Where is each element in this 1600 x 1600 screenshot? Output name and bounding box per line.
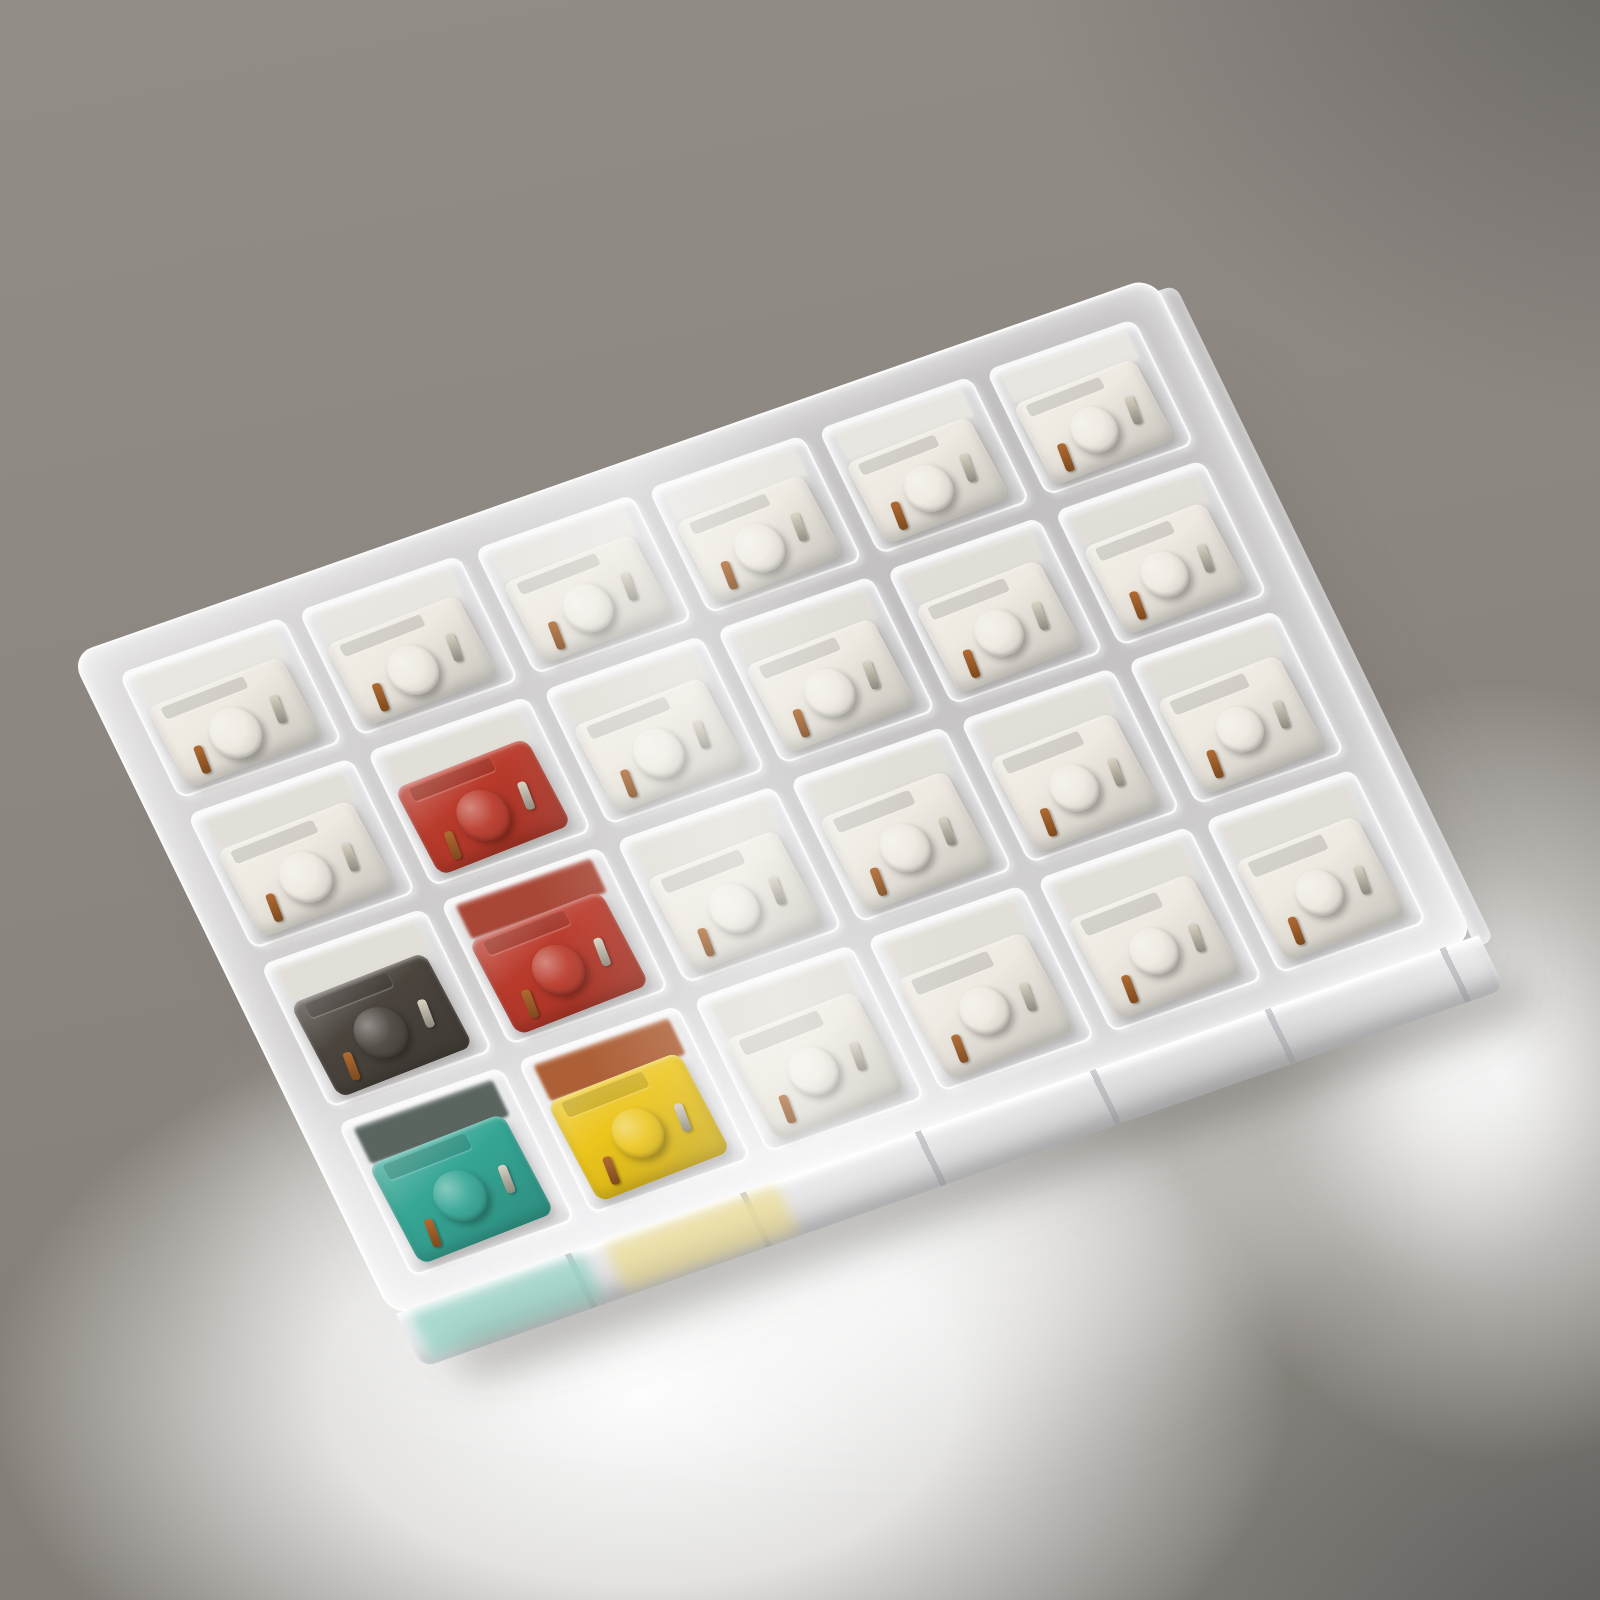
socket-r1c4 [648,434,864,614]
switch-center-boss [1040,757,1108,818]
contact-pin-copper [342,1051,361,1081]
contact-pin-gray [674,1103,693,1133]
contact-pin-gray [1271,700,1290,730]
switch-center-boss [1119,921,1187,982]
contact-pin-gray [691,719,710,749]
switch-center-boss [795,662,864,725]
contact-pin-copper [962,649,981,679]
switch-center-boss [344,999,418,1066]
contact-pin-gray [340,842,359,872]
contact-pin-gray [848,1042,867,1072]
contact-pin-copper [1206,749,1225,779]
switch-center-boss [965,603,1033,664]
switch-center-boss [894,457,962,518]
switch-center-boss [198,699,272,766]
switch-center-boss [447,783,519,848]
switch-center-boss [725,516,794,579]
contact-pin-gray [268,694,287,724]
switch-center-boss [950,980,1019,1043]
contact-pin-copper [192,745,211,775]
contact-pin-copper [1039,807,1058,837]
switch-center-boss [1131,545,1198,605]
contact-pin-gray [445,632,464,662]
photo-canvas: { "image_type": "photograph", "scene": {… [0,0,1600,1600]
switch-center-boss [552,576,623,640]
switch-center-boss [623,722,694,786]
socket-r1c3 [475,494,694,675]
switch-center-boss [777,1040,848,1104]
contact-pin-copper [720,560,739,590]
contact-pin-gray [497,1165,516,1195]
contact-pin-copper [870,867,889,897]
contact-pin-copper [423,1219,442,1249]
switch-center-boss [870,816,939,879]
contact-pin-gray [862,659,881,689]
contact-pin-copper [1121,975,1140,1005]
socket-r1c5 [818,376,1031,555]
contact-pin-copper [265,893,284,923]
contact-pin-gray [1195,543,1214,573]
contact-pin-gray [1106,757,1125,787]
contact-pin-copper [620,769,639,799]
contact-pin-gray [1352,866,1371,896]
contact-pin-copper [778,1095,797,1125]
contact-pin-copper [521,989,540,1019]
switch-center-boss [1286,863,1353,923]
contact-pin-copper [1057,442,1076,472]
contact-pin-copper [697,927,716,957]
contact-pin-gray [1030,601,1049,631]
contact-pin-copper [1288,917,1307,947]
contact-pin-gray [1187,924,1206,954]
switch-center-boss [602,1101,674,1166]
contact-pin-gray [593,937,612,967]
switch-center-boss [1206,699,1273,759]
contact-pin-copper [793,709,812,739]
contact-pin-gray [767,876,786,906]
switch-center-boss [269,845,343,912]
socket-r2c1 [187,758,416,950]
switch-center-boss [1060,399,1127,459]
contact-pin-gray [958,453,977,483]
switch-center-boss [698,876,769,940]
contact-pin-copper [547,620,566,650]
socket-r1c6 [986,319,1196,497]
contact-pin-gray [1019,983,1038,1013]
contact-pin-copper [1129,591,1148,621]
contact-pin-gray [619,572,638,602]
contact-pin-copper [444,831,463,861]
contact-pin-gray [1123,395,1142,425]
switch-center-boss [522,937,594,1002]
contact-pin-gray [416,999,435,1029]
contact-pin-gray [790,512,809,542]
switch-center-boss [423,1163,497,1230]
contact-pin-copper [371,682,390,712]
contact-pin-copper [951,1035,970,1065]
switch-center-boss [377,637,449,702]
contact-pin-copper [603,1157,622,1187]
contact-pin-gray [517,780,536,810]
contact-pin-copper [890,500,909,530]
contact-pin-gray [938,816,957,846]
